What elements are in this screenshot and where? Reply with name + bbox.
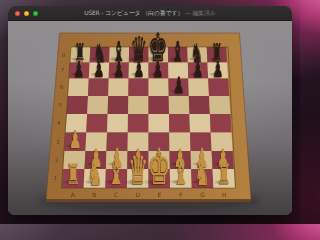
rank-label-4: 4 [57,120,61,126]
square-a5[interactable] [67,96,88,114]
rank-label-3: 3 [56,139,60,145]
square-g5[interactable] [189,96,210,114]
square-c4[interactable] [107,114,128,133]
square-d5[interactable] [128,96,149,114]
piece-white-rook-h1[interactable]: ♜ [211,161,236,189]
square-f4[interactable] [169,114,190,133]
piece-black-pawn-e7[interactable]: ♟ [148,58,168,81]
rank-label-2: 2 [55,157,59,163]
piece-black-pawn-d7[interactable]: ♟ [129,58,149,81]
desktop: { "game": "chess", "position": "rnbqkbnr… [0,0,300,224]
file-label-H: H [222,191,227,198]
square-g4[interactable] [189,114,210,133]
rank-label-6: 6 [60,84,64,90]
square-h4[interactable] [210,114,232,133]
square-e5[interactable] [149,96,170,114]
piece-black-pawn-a7[interactable]: ♟ [69,58,89,81]
square-b5[interactable] [87,96,108,114]
rank-label-8: 8 [62,52,66,58]
square-e4[interactable] [149,114,170,133]
piece-black-pawn-h7[interactable]: ♟ [208,58,228,81]
square-c5[interactable] [108,96,129,114]
square-d4[interactable] [128,114,149,133]
board-frame-front-edge [46,200,251,203]
piece-black-pawn-g7[interactable]: ♟ [188,58,208,81]
rank-label-1: 1 [54,175,58,181]
rank-label-7: 7 [61,67,65,73]
piece-black-pawn-c7[interactable]: ♟ [109,58,129,81]
piece-black-pawn-b7[interactable]: ♟ [89,58,109,81]
square-b4[interactable] [86,114,107,133]
square-f5[interactable] [169,96,190,114]
piece-black-pawn-f6[interactable]: ♟ [168,74,189,97]
rank-label-5: 5 [59,102,63,108]
square-h5[interactable] [209,96,230,114]
